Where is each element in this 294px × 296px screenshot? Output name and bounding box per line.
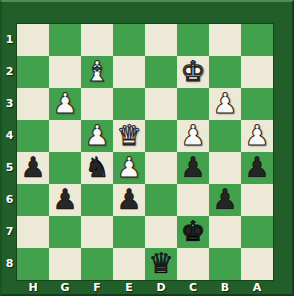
square-h2[interactable] [17, 56, 49, 88]
white-queen[interactable]: ♛ [116, 120, 141, 152]
square-h4[interactable] [17, 120, 49, 152]
rank-label-5: 5 [2, 152, 17, 184]
square-b3[interactable]: ♟ [209, 88, 241, 120]
file-label-a: A [241, 280, 273, 295]
black-pawn[interactable]: ♟ [20, 152, 45, 184]
square-d1[interactable] [145, 24, 177, 56]
file-label-f: F [81, 280, 113, 295]
rank-label-7: 7 [2, 216, 17, 248]
square-g8[interactable] [49, 248, 81, 280]
square-f6[interactable] [81, 184, 113, 216]
square-b5[interactable] [209, 152, 241, 184]
white-pawn[interactable]: ♟ [52, 88, 77, 120]
square-f3[interactable] [81, 88, 113, 120]
square-g5[interactable] [49, 152, 81, 184]
rank-label-3: 3 [2, 88, 17, 120]
square-a3[interactable] [241, 88, 273, 120]
file-label-c: C [177, 280, 209, 295]
black-pawn[interactable]: ♟ [180, 152, 205, 184]
black-pawn[interactable]: ♟ [244, 152, 269, 184]
chessboard-frame: ♝♚♟♟♟♛♟♟♟♞♟♟♟♟♟♟♚♛ 12345678HGFEDCBA [0, 0, 294, 296]
square-f1[interactable] [81, 24, 113, 56]
square-f4[interactable]: ♟ [81, 120, 113, 152]
square-g6[interactable]: ♟ [49, 184, 81, 216]
square-g7[interactable] [49, 216, 81, 248]
rank-label-6: 6 [2, 184, 17, 216]
square-g1[interactable] [49, 24, 81, 56]
white-pawn[interactable]: ♟ [180, 120, 205, 152]
square-h7[interactable] [17, 216, 49, 248]
white-pawn[interactable]: ♟ [84, 120, 109, 152]
square-c6[interactable] [177, 184, 209, 216]
square-a7[interactable] [241, 216, 273, 248]
rank-label-8: 8 [2, 248, 17, 280]
square-d8[interactable]: ♛ [145, 248, 177, 280]
square-f8[interactable] [81, 248, 113, 280]
black-queen[interactable]: ♛ [148, 248, 173, 280]
square-a6[interactable] [241, 184, 273, 216]
chessboard: ♝♚♟♟♟♛♟♟♟♞♟♟♟♟♟♟♚♛ [16, 23, 274, 281]
square-c5[interactable]: ♟ [177, 152, 209, 184]
square-f2[interactable]: ♝ [81, 56, 113, 88]
square-b4[interactable] [209, 120, 241, 152]
square-c8[interactable] [177, 248, 209, 280]
square-e4[interactable]: ♛ [113, 120, 145, 152]
square-d2[interactable] [145, 56, 177, 88]
square-f7[interactable] [81, 216, 113, 248]
square-h5[interactable]: ♟ [17, 152, 49, 184]
white-king[interactable]: ♚ [180, 56, 205, 88]
square-e8[interactable] [113, 248, 145, 280]
square-h6[interactable] [17, 184, 49, 216]
file-label-e: E [113, 280, 145, 295]
square-e3[interactable] [113, 88, 145, 120]
square-e5[interactable]: ♟ [113, 152, 145, 184]
square-d6[interactable] [145, 184, 177, 216]
square-c1[interactable] [177, 24, 209, 56]
black-king[interactable]: ♚ [180, 216, 205, 248]
square-c3[interactable] [177, 88, 209, 120]
square-h8[interactable] [17, 248, 49, 280]
rank-label-4: 4 [2, 120, 17, 152]
square-b2[interactable] [209, 56, 241, 88]
file-label-h: H [17, 280, 49, 295]
white-pawn[interactable]: ♟ [116, 152, 141, 184]
square-d5[interactable] [145, 152, 177, 184]
square-a2[interactable] [241, 56, 273, 88]
square-b6[interactable]: ♟ [209, 184, 241, 216]
black-pawn[interactable]: ♟ [212, 184, 237, 216]
square-g4[interactable] [49, 120, 81, 152]
white-pawn[interactable]: ♟ [244, 120, 269, 152]
square-d3[interactable] [145, 88, 177, 120]
square-a4[interactable]: ♟ [241, 120, 273, 152]
square-h1[interactable] [17, 24, 49, 56]
file-label-d: D [145, 280, 177, 295]
square-g2[interactable] [49, 56, 81, 88]
square-e2[interactable] [113, 56, 145, 88]
square-b7[interactable] [209, 216, 241, 248]
file-label-b: B [209, 280, 241, 295]
square-b8[interactable] [209, 248, 241, 280]
square-a5[interactable]: ♟ [241, 152, 273, 184]
square-e1[interactable] [113, 24, 145, 56]
square-c7[interactable]: ♚ [177, 216, 209, 248]
square-e6[interactable]: ♟ [113, 184, 145, 216]
black-pawn[interactable]: ♟ [116, 184, 141, 216]
square-c2[interactable]: ♚ [177, 56, 209, 88]
rank-label-1: 1 [2, 24, 17, 56]
white-bishop[interactable]: ♝ [84, 56, 109, 88]
black-pawn[interactable]: ♟ [52, 184, 77, 216]
square-g3[interactable]: ♟ [49, 88, 81, 120]
square-f5[interactable]: ♞ [81, 152, 113, 184]
white-pawn[interactable]: ♟ [212, 88, 237, 120]
square-d4[interactable] [145, 120, 177, 152]
file-label-g: G [49, 280, 81, 295]
square-d7[interactable] [145, 216, 177, 248]
square-b1[interactable] [209, 24, 241, 56]
square-a1[interactable] [241, 24, 273, 56]
black-knight[interactable]: ♞ [84, 152, 109, 184]
rank-label-2: 2 [2, 56, 17, 88]
square-c4[interactable]: ♟ [177, 120, 209, 152]
square-a8[interactable] [241, 248, 273, 280]
square-h3[interactable] [17, 88, 49, 120]
square-e7[interactable] [113, 216, 145, 248]
